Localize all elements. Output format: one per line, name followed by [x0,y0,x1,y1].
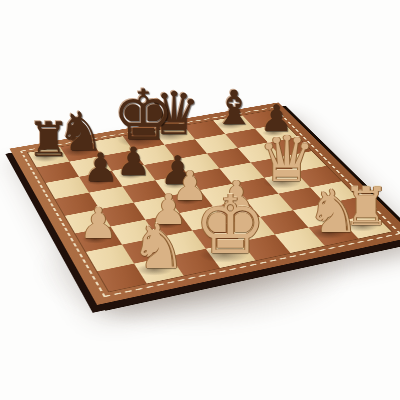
chess-product-photo: ♜♞♚♛♝♟♟♟♟♟♛♟♟♟♞♚♞♜ [0,0,400,400]
